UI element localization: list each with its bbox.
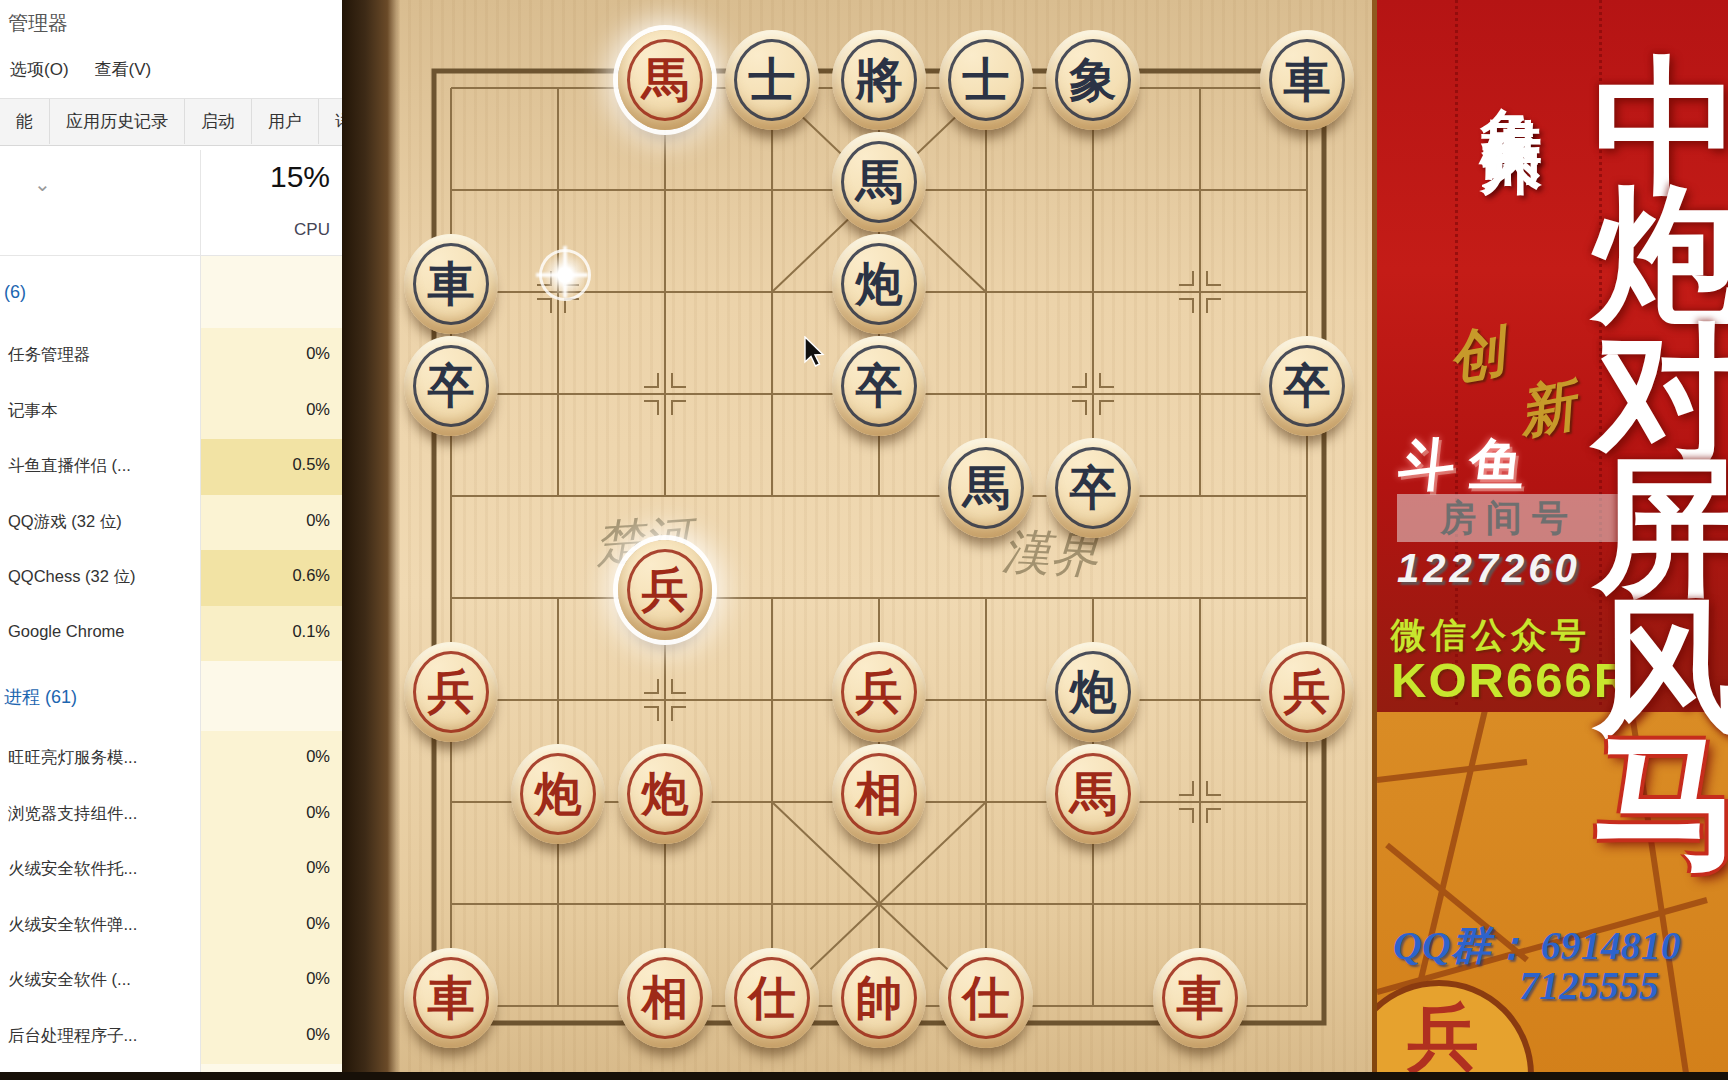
process-row[interactable]: 0%火绒安全软件托... <box>0 842 342 898</box>
piece-glyph: 卒 <box>832 336 926 436</box>
piece-glyph: 卒 <box>1046 438 1140 538</box>
process-row[interactable]: 0%旺旺亮灯服务模... <box>0 731 342 787</box>
room-number: 1227260 <box>1397 546 1621 591</box>
big-title-char: 马 <box>1593 727 1728 877</box>
cpu-value: 0% <box>306 969 330 988</box>
section-header[interactable]: (6) <box>0 258 342 328</box>
process-row[interactable]: 0%QQ游戏 (32 位) <box>0 495 342 551</box>
big-title-char: 屏 <box>1593 452 1728 602</box>
douyu-logo: 斗鱼 <box>1395 428 1543 504</box>
process-name: 火绒安全软件 (... <box>8 969 131 991</box>
cpu-value: 0.5% <box>292 455 330 474</box>
piece-馬[interactable]: 馬 <box>939 438 1033 538</box>
section-label: 进程 (61) <box>4 685 77 709</box>
process-row[interactable]: 0.5%斗鱼直播伴侣 (... <box>0 439 342 495</box>
piece-卒[interactable]: 卒 <box>1046 438 1140 538</box>
piece-glyph: 仕 <box>939 948 1033 1048</box>
cpu-value: 0% <box>306 747 330 766</box>
piece-仕[interactable]: 仕 <box>939 948 1033 1048</box>
piece-glyph: 士 <box>725 30 819 130</box>
process-name: 斗鱼直播伴侣 (... <box>8 455 131 477</box>
piece-glyph: 士 <box>939 30 1033 130</box>
piece-士[interactable]: 士 <box>725 30 819 130</box>
process-row[interactable]: 0%任务管理器 <box>0 328 342 384</box>
sparkle-effect <box>539 249 591 301</box>
piece-士[interactable]: 士 <box>939 30 1033 130</box>
process-name: 记事本 <box>8 400 58 422</box>
section-header[interactable]: 进程 (61) <box>0 661 342 731</box>
process-row[interactable]: 0%火绒安全软件 (... <box>0 953 342 1009</box>
cpu-cell: 0% <box>201 328 342 384</box>
piece-glyph: 仕 <box>725 948 819 1048</box>
mouse-cursor-icon <box>804 336 830 370</box>
cpu-cell: 0% <box>201 787 342 843</box>
piece-仕[interactable]: 仕 <box>725 948 819 1048</box>
piece-炮[interactable]: 炮 <box>511 744 605 844</box>
piece-glyph: 馬 <box>618 30 712 130</box>
tab-用户[interactable]: 用户 <box>252 99 319 144</box>
piece-卒[interactable]: 卒 <box>404 336 498 436</box>
cpu-cell: 0% <box>201 731 342 787</box>
process-name: 火绒安全软件托... <box>8 858 137 880</box>
piece-glyph: 兵 <box>618 540 712 640</box>
piece-兵[interactable]: 兵 <box>618 540 712 640</box>
cpu-value: 0% <box>306 1025 330 1044</box>
piece-將[interactable]: 將 <box>832 30 926 130</box>
process-row[interactable]: 0%后台处理程序子... <box>0 1009 342 1065</box>
cpu-value: 0% <box>306 858 330 877</box>
piece-glyph: 炮 <box>511 744 605 844</box>
tab-能[interactable]: 能 <box>0 99 50 144</box>
process-row[interactable]: 0%记事本 <box>0 384 342 440</box>
piece-馬[interactable]: 馬 <box>1046 744 1140 844</box>
piece-象[interactable]: 象 <box>1046 30 1140 130</box>
piece-glyph: 相 <box>618 948 712 1048</box>
piece-glyph: 帥 <box>832 948 926 1048</box>
process-name: QQ游戏 (32 位) <box>8 511 122 533</box>
cpu-value: 0% <box>306 400 330 419</box>
process-name: QQChess (32 位) <box>8 566 135 588</box>
piece-車[interactable]: 車 <box>1260 30 1354 130</box>
ad-banner: 兵 象棋大师 创 新 斗鱼 房间号 1227260 微信公众号 KOR666R … <box>1372 0 1728 1080</box>
cpu-total-value[interactable]: 15% <box>270 160 330 194</box>
piece-glyph: 象 <box>1046 30 1140 130</box>
piece-glyph: 卒 <box>404 336 498 436</box>
piece-相[interactable]: 相 <box>832 744 926 844</box>
piece-glyph: 馬 <box>1046 744 1140 844</box>
process-name: 任务管理器 <box>8 344 91 366</box>
menu-item[interactable]: 查看(V) <box>95 60 152 79</box>
window-title: 管理器 <box>8 10 68 37</box>
cpu-cell: 0% <box>201 953 342 1009</box>
menu-item[interactable]: 选项(O) <box>10 60 69 79</box>
process-name: 旺旺亮灯服务模... <box>8 747 137 769</box>
piece-glyph: 將 <box>832 30 926 130</box>
cpu-cell: 0% <box>201 495 342 551</box>
cpu-value: 0.6% <box>292 566 330 585</box>
menu-bar: 选项(O)查看(V) <box>10 58 177 81</box>
tab-启动[interactable]: 启动 <box>185 99 252 144</box>
piece-glyph: 卒 <box>1260 336 1354 436</box>
piece-卒[interactable]: 卒 <box>1260 336 1354 436</box>
cpu-value: 0% <box>306 344 330 363</box>
cpu-cell: 0.1% <box>201 606 342 662</box>
process-row[interactable]: 0.1%Google Chrome <box>0 606 342 662</box>
piece-兵[interactable]: 兵 <box>832 642 926 742</box>
cpu-value: 0% <box>306 914 330 933</box>
piece-帥[interactable]: 帥 <box>832 948 926 1048</box>
chevron-down-icon[interactable]: ⌄ <box>34 172 51 196</box>
piece-馬[interactable]: 馬 <box>618 30 712 130</box>
process-name: 浏览器支持组件... <box>8 803 137 825</box>
piece-glyph: 兵 <box>832 642 926 742</box>
cpu-cell <box>201 258 342 328</box>
process-name: 火绒安全软件弹... <box>8 914 137 936</box>
piece-炮[interactable]: 炮 <box>832 234 926 334</box>
piece-glyph: 炮 <box>618 744 712 844</box>
piece-glyph: 炮 <box>832 234 926 334</box>
cpu-cell <box>201 661 342 731</box>
room-label: 房间号 <box>1397 494 1621 542</box>
piece-glyph: 車 <box>404 948 498 1048</box>
piece-兵[interactable]: 兵 <box>404 642 498 742</box>
piece-相[interactable]: 相 <box>618 948 712 1048</box>
banner-title-vertical: 象棋大师 <box>1469 58 1553 98</box>
letterbox-bar <box>0 1072 1728 1080</box>
header-divider <box>0 255 342 256</box>
cpu-cell: 0% <box>201 1009 342 1065</box>
cpu-cell: 0% <box>201 384 342 440</box>
process-name: 后台处理程序子... <box>8 1025 137 1047</box>
piece-馬[interactable]: 馬 <box>832 132 926 232</box>
piece-車[interactable]: 車 <box>404 234 498 334</box>
piece-glyph: 車 <box>1153 948 1247 1048</box>
piece-炮[interactable]: 炮 <box>618 744 712 844</box>
process-row[interactable]: 0%浏览器支持组件... <box>0 787 342 843</box>
piece-車[interactable]: 車 <box>1153 948 1247 1048</box>
process-list: (6)0%任务管理器0%记事本0.5%斗鱼直播伴侣 (...0%QQ游戏 (32… <box>0 258 342 1064</box>
piece-glyph: 兵 <box>404 642 498 742</box>
svg-text:兵: 兵 <box>1406 994 1479 1079</box>
cpu-cell: 0.5% <box>201 439 342 495</box>
piece-glyph: 炮 <box>1046 642 1140 742</box>
cpu-value: 0% <box>306 511 330 530</box>
cpu-cell: 0.6% <box>201 550 342 606</box>
screen: 管理器 选项(O)查看(V) 能应用历史记录启动用户详 ⌄ 15% CPU (6… <box>0 0 1728 1080</box>
cpu-cell: 0% <box>201 898 342 954</box>
column-divider <box>200 150 201 1080</box>
piece-兵[interactable]: 兵 <box>1260 642 1354 742</box>
process-row[interactable]: 0.6%QQChess (32 位) <box>0 550 342 606</box>
cpu-column-header[interactable]: CPU <box>294 220 330 240</box>
tab-应用历史记录[interactable]: 应用历史记录 <box>50 99 185 144</box>
piece-車[interactable]: 車 <box>404 948 498 1048</box>
xiangqi-board: 楚河漢界 馬士將士象車馬車炮卒卒卒馬卒兵兵兵炮兵炮炮相馬車相仕帥仕車 <box>342 0 1372 1080</box>
piece-卒[interactable]: 卒 <box>832 336 926 436</box>
piece-glyph: 相 <box>832 744 926 844</box>
piece-炮[interactable]: 炮 <box>1046 642 1140 742</box>
tab-bar: 能应用历史记录启动用户详 <box>0 98 342 146</box>
task-manager-window: 管理器 选项(O)查看(V) 能应用历史记录启动用户详 ⌄ 15% CPU (6… <box>0 0 342 1080</box>
room-label-bar: 房间号 <box>1397 494 1621 542</box>
piece-glyph: 馬 <box>832 132 926 232</box>
big-title-char: 炮 <box>1593 180 1728 330</box>
tab-详[interactable]: 详 <box>319 99 342 144</box>
qq-group-line2: 7125555 <box>1519 962 1659 1009</box>
process-row[interactable]: 0%火绒安全软件弹... <box>0 898 342 954</box>
piece-glyph: 馬 <box>939 438 1033 538</box>
cpu-cell: 0% <box>201 842 342 898</box>
cpu-value: 0.1% <box>292 622 330 641</box>
process-name: Google Chrome <box>8 622 124 641</box>
piece-glyph: 車 <box>404 234 498 334</box>
cpu-value: 0% <box>306 803 330 822</box>
section-label: (6) <box>4 282 26 303</box>
piece-glyph: 車 <box>1260 30 1354 130</box>
piece-glyph: 兵 <box>1260 642 1354 742</box>
